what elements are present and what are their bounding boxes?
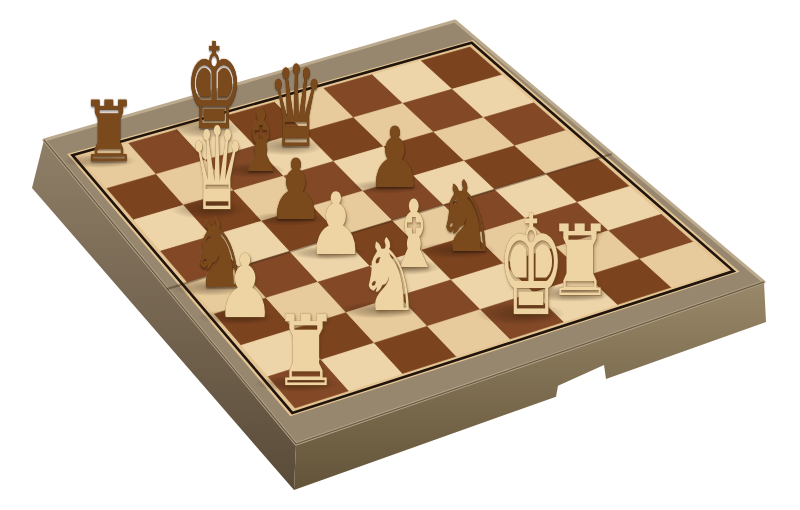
piece-white-pawn-c4[interactable]: ♟	[307, 181, 365, 267]
piece-white-knight-c2[interactable]: ♞	[357, 226, 420, 326]
piece-black-rook-a8[interactable]: ♜	[81, 90, 137, 174]
piece-white-rook-a1[interactable]: ♜	[273, 301, 339, 399]
piece-white-pawn-a3[interactable]: ♟	[215, 244, 274, 332]
chess-set-photo: ♜♚♝♛♛♟♟♞♟♟♝♞♞♚♜♜	[0, 0, 800, 510]
piece-black-knight-e3[interactable]: ♞	[435, 168, 497, 266]
piece-white-king-e1[interactable]: ♚	[497, 197, 566, 336]
